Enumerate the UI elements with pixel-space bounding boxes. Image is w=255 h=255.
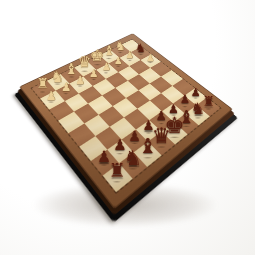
piece-white-pawn-a2[interactable]: ♟ (46, 89, 57, 101)
piece-white-pawn-f2[interactable]: ♟ (114, 56, 123, 66)
piece-white-pawn-h3[interactable]: ♟ (146, 53, 154, 62)
piece-black-rook-a8[interactable]: ♜ (108, 161, 125, 180)
piece-black-pawn-h7[interactable]: ♟ (191, 87, 201, 98)
piece-black-pawn-g7[interactable]: ♟ (180, 94, 190, 106)
piece-white-pawn-c2[interactable]: ♟ (75, 75, 85, 86)
piece-white-pawn-e2[interactable]: ♟ (102, 62, 111, 72)
photo-scene: ♜♞♝♛♚♝♞♜♟♟♟♟♟♟♟♟♟♟♟♟♟♟♟♟♞♜♞♝♛♚♝♞ (0, 0, 255, 255)
piece-white-knight-g1[interactable]: ♞ (115, 41, 125, 53)
piece-white-pawn-d2[interactable]: ♟ (89, 68, 98, 79)
piece-white-pawn-b2[interactable]: ♟ (61, 82, 71, 94)
pieces-layer: ♜♞♝♛♚♝♞♜♟♟♟♟♟♟♟♟♟♟♟♟♟♟♟♟♞♜♞♝♛♚♝♞ (0, 0, 255, 255)
piece-black-knight-b8[interactable]: ♞ (124, 148, 142, 169)
piece-black-knight-h2[interactable]: ♞ (135, 43, 145, 55)
piece-white-pawn-g2[interactable]: ♟ (126, 50, 134, 59)
